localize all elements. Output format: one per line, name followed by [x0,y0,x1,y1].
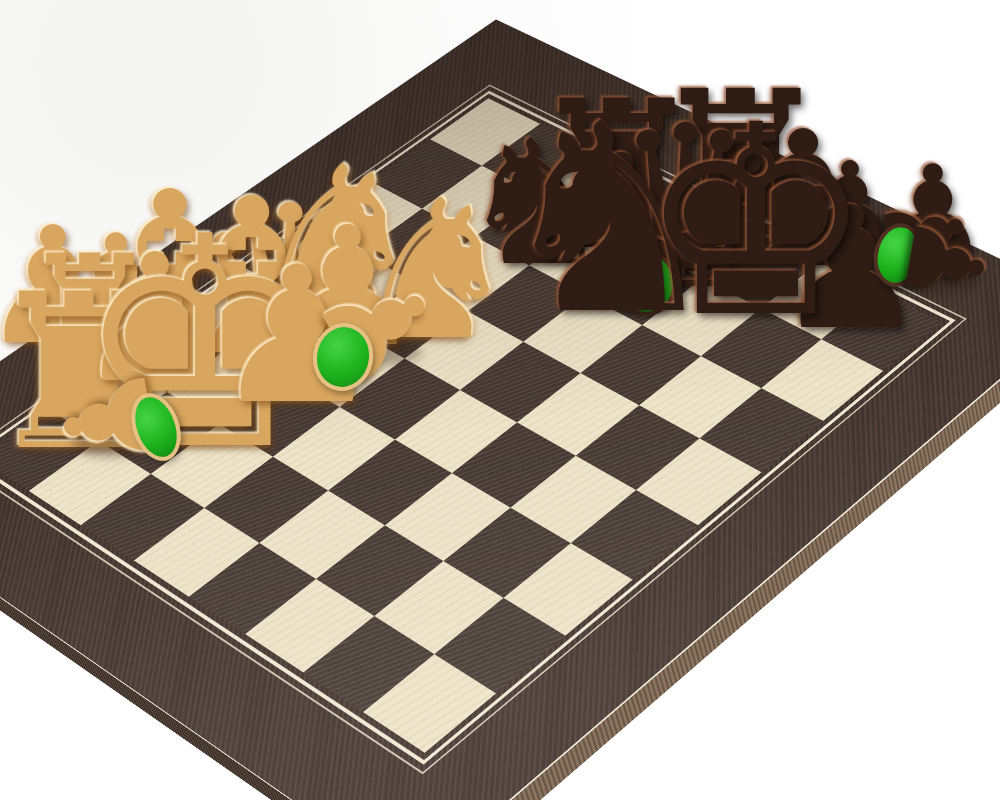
chess-set-photo: ♟♟♜♝♛♝♟♞♟♞♜♟♚♟♟♟♜♜♟♞♟♝♛♟♝♟♞♚♟♟ [0,0,1000,800]
green-felt-base [122,386,189,468]
piece-shadow [28,318,77,335]
white-pawn-6: ♟ [212,242,381,431]
piece-shadow [131,309,209,336]
white-queen: ♛ [189,176,392,402]
white-pawn-5: ♟ [76,231,235,408]
piece-shadow [893,245,958,267]
white-pawn-2: ♟ [54,217,179,356]
piece-shadow [247,334,332,364]
piece-shadow [562,275,656,307]
piece-shadow [72,431,148,457]
piece-shadow [95,314,138,329]
piece-shadow [339,338,421,366]
piece-shadow [128,355,182,374]
black-rook-1: ♜ [525,74,709,279]
white-rook-1: ♜ [20,235,161,392]
piece-shadow [505,237,567,258]
white-pawn-4: ♟ [274,205,422,370]
black-rook-2: ♜ [646,63,837,276]
green-felt-base [868,219,928,292]
piece-shadow [148,404,262,443]
black-king: ♚ [638,91,874,354]
black-bishop-1: ♝ [667,145,796,289]
piece-shadow [768,237,839,261]
piece-shadow [913,272,978,294]
black-pawn-8: ♟ [887,208,1000,316]
piece-shadow [706,213,775,237]
piece-shadow [211,320,292,348]
pieces-layer: ♟♟♜♝♛♝♟♞♟♞♜♟♚♟♟♟♜♜♟♞♟♝♛♟♝♟♞♚♟♟ [0,0,1000,800]
green-felt-base [308,318,379,395]
piece-shadow [65,343,116,361]
white-rook-2: ♜ [0,266,175,480]
white-bishop-2: ♝ [156,170,349,385]
white-bishop-1: ♝ [77,164,263,371]
piece-shadow [323,320,373,337]
piece-shadow [44,418,114,442]
white-pawn-3: ♟ [254,227,367,353]
piece-shadow [268,375,326,395]
piece-shadow [825,303,876,321]
black-pawn-1: ♟ [800,147,901,259]
black-pawn-2: ♟ [877,149,990,275]
black-pawn-6: ♟ [602,182,755,330]
black-knight-2: ♞ [492,90,726,351]
piece-shadow [584,218,651,241]
black-bishop-2: ♝ [719,107,887,295]
black-pawn-7: ♟ [864,178,986,293]
white-knight-2: ♞ [348,174,521,367]
white-king: ♚ [74,199,335,490]
piece-shadow [643,253,728,282]
white-knight-1: ♞ [246,140,427,342]
white-pawn-7: ♟ [42,357,179,484]
piece-shadow [705,276,808,312]
piece-shadow [704,243,758,262]
piece-shadow [291,313,329,326]
black-knight-1: ♞ [459,118,614,291]
piece-shadow [833,223,867,235]
piece-shadow [914,235,952,248]
piece-shadow [641,267,715,292]
white-pawn-8: ♟ [295,244,465,409]
black-queen: ♛ [584,96,786,321]
black-pawn-3: ♟ [776,185,927,353]
piece-shadow [300,280,372,305]
piece-shadow [399,308,468,332]
green-felt-base [611,246,682,320]
white-pawn-1: ♟ [0,206,125,368]
